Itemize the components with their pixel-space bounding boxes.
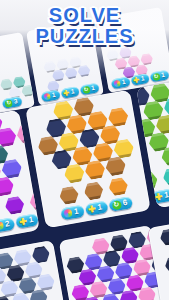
booster-refresh-button[interactable]: ↻6 bbox=[108, 196, 133, 212]
pinwheel-booster-icon bbox=[43, 93, 50, 100]
hex-row bbox=[164, 244, 169, 274]
refresh-booster-icon: ↻ bbox=[5, 99, 13, 107]
hex-board bbox=[59, 229, 164, 300]
booster-plus-button[interactable]: ✚1 bbox=[151, 188, 169, 204]
title-line-2: PUZZLES bbox=[0, 26, 169, 47]
hex-row bbox=[159, 216, 169, 246]
hex-board bbox=[0, 244, 66, 300]
booster-count: 1 bbox=[163, 189, 169, 202]
booster-count: 1 bbox=[160, 70, 165, 80]
booster-refresh-button[interactable]: ↻1 bbox=[149, 70, 169, 83]
booster-plus-button[interactable]: ✚1 bbox=[15, 213, 39, 229]
board-cell-K[interactable] bbox=[164, 255, 169, 274]
page-title: SOLVE PUZZLES bbox=[0, 5, 169, 47]
refresh-booster-icon: ↻ bbox=[82, 85, 90, 93]
app-screen: ↻31✚1↻11✚1↻12✚1↻101✚1↻62✚1↻1 SOLVE PUZZL… bbox=[0, 0, 169, 300]
booster-count: 6 bbox=[122, 197, 128, 210]
tray-piece-P[interactable] bbox=[28, 191, 39, 211]
booster-count: 1 bbox=[121, 77, 126, 87]
plus-booster-icon: ✚ bbox=[88, 204, 97, 214]
booster-pinwheel-button[interactable]: 1 bbox=[111, 77, 131, 90]
booster-count: 1 bbox=[90, 83, 95, 93]
booster-count: 1 bbox=[51, 90, 56, 100]
booster-count: 1 bbox=[97, 201, 103, 214]
pinwheel-booster-icon bbox=[0, 221, 4, 230]
booster-refresh-button[interactable]: ↻3 bbox=[2, 96, 22, 109]
booster-pinwheel-button[interactable]: 1 bbox=[41, 90, 61, 103]
tray-piece-O[interactable] bbox=[107, 177, 129, 197]
board-cell-K[interactable] bbox=[159, 228, 169, 247]
booster-pinwheel-button[interactable]: 1 bbox=[60, 205, 84, 221]
booster-count: 2 bbox=[4, 218, 10, 231]
board-cell-G[interactable] bbox=[149, 82, 169, 103]
booster-count: 1 bbox=[73, 206, 79, 219]
booster-plus-button[interactable]: ✚1 bbox=[130, 73, 149, 86]
plus-booster-icon: ✚ bbox=[19, 217, 28, 227]
tray-piece-C[interactable] bbox=[162, 167, 169, 187]
refresh-booster-icon: ↻ bbox=[111, 200, 121, 210]
booster-pinwheel-button[interactable]: 2 bbox=[0, 217, 16, 233]
pinwheel-booster-icon bbox=[113, 80, 120, 87]
booster-count: 1 bbox=[70, 87, 75, 97]
pinwheel-booster-icon bbox=[64, 209, 73, 218]
plus-booster-icon: ✚ bbox=[154, 192, 163, 202]
hex-board bbox=[154, 216, 169, 275]
plus-booster-icon: ✚ bbox=[63, 89, 70, 97]
booster-count: 1 bbox=[140, 74, 145, 84]
title-line-1: SOLVE bbox=[0, 5, 169, 26]
plus-booster-icon: ✚ bbox=[133, 76, 140, 84]
booster-plus-button[interactable]: ✚1 bbox=[84, 201, 108, 217]
tray-piece-B[interactable] bbox=[58, 185, 80, 205]
booster-count: 3 bbox=[13, 97, 18, 107]
booster-count: 1 bbox=[28, 214, 34, 227]
booster-refresh-button[interactable]: ↻1 bbox=[79, 83, 99, 96]
tray-piece-U[interactable] bbox=[4, 195, 26, 215]
booster-plus-button[interactable]: ✚1 bbox=[60, 86, 79, 99]
puzzle-card-center[interactable]: 1✚1↻6 bbox=[25, 90, 151, 229]
refresh-booster-icon: ↻ bbox=[152, 72, 160, 80]
booster-refresh-button[interactable]: ↻10 bbox=[39, 208, 40, 225]
tray-piece-B[interactable] bbox=[83, 181, 105, 201]
